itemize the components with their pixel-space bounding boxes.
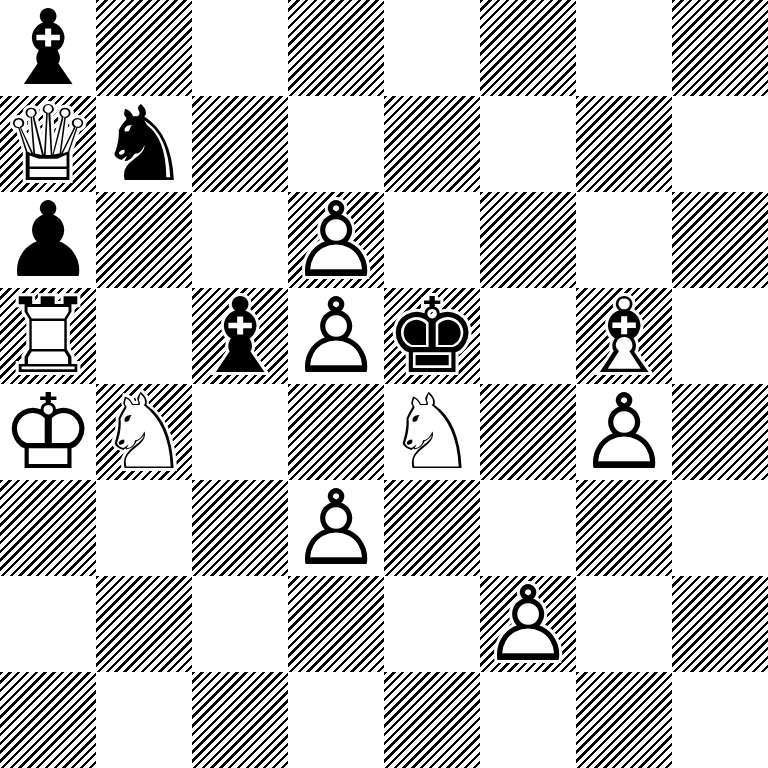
square-a1[interactable] [0,672,96,768]
white-rook-icon: ♖ [0,288,96,384]
white-knight-halo: ♞ [96,384,192,480]
square-g5[interactable]: ♝♗ [576,288,672,384]
square-g6[interactable] [576,192,672,288]
square-b8[interactable] [96,0,192,96]
square-d7[interactable] [288,96,384,192]
black-bishop-halo: ♝ [192,288,288,384]
square-c8[interactable] [192,0,288,96]
square-c5[interactable]: ♝♝ [192,288,288,384]
square-d8[interactable] [288,0,384,96]
white-knight-icon: ♘ [96,384,192,480]
square-b1[interactable] [96,672,192,768]
square-f3[interactable] [480,480,576,576]
square-d3[interactable]: ♟♙ [288,480,384,576]
square-d2[interactable] [288,576,384,672]
square-b2[interactable] [96,576,192,672]
square-a5[interactable]: ♜♖ [0,288,96,384]
square-g8[interactable] [576,0,672,96]
white-bishop-icon: ♗ [576,288,672,384]
square-d1[interactable] [288,672,384,768]
square-c6[interactable] [192,192,288,288]
square-g2[interactable] [576,576,672,672]
white-pawn-halo: ♟ [288,192,384,288]
square-f5[interactable] [480,288,576,384]
black-bishop-icon: ♝ [192,288,288,384]
square-g4[interactable]: ♟♙ [576,384,672,480]
square-h4[interactable] [672,384,768,480]
white-bishop-halo: ♝ [576,288,672,384]
square-b6[interactable] [96,192,192,288]
square-h2[interactable] [672,576,768,672]
square-g3[interactable] [576,480,672,576]
square-e3[interactable] [384,480,480,576]
square-b4[interactable]: ♞♘ [96,384,192,480]
square-f7[interactable] [480,96,576,192]
white-knight-halo: ♞ [384,384,480,480]
black-king-icon: ♚ [384,288,480,384]
square-e8[interactable] [384,0,480,96]
white-pawn-halo: ♟ [480,576,576,672]
white-pawn-icon: ♙ [288,192,384,288]
white-queen-halo: ♛ [0,96,96,192]
square-a2[interactable] [0,576,96,672]
square-e7[interactable] [384,96,480,192]
white-pawn-halo: ♟ [288,288,384,384]
square-f6[interactable] [480,192,576,288]
square-h8[interactable] [672,0,768,96]
black-pawn-halo: ♟ [0,192,96,288]
square-d5[interactable]: ♟♙ [288,288,384,384]
white-rook-halo: ♜ [0,288,96,384]
square-g7[interactable] [576,96,672,192]
chess-board: ♝♝♛♕♞♞♟♟♟♙♜♖♝♝♟♙♚♚♝♗♚♔♞♘♞♘♟♙♟♙♟♙ [0,0,768,768]
square-a6[interactable]: ♟♟ [0,192,96,288]
square-b7[interactable]: ♞♞ [96,96,192,192]
square-f1[interactable] [480,672,576,768]
white-knight-icon: ♘ [384,384,480,480]
square-d4[interactable] [288,384,384,480]
white-pawn-icon: ♙ [288,288,384,384]
square-b5[interactable] [96,288,192,384]
square-h3[interactable] [672,480,768,576]
square-e6[interactable] [384,192,480,288]
square-e2[interactable] [384,576,480,672]
square-c3[interactable] [192,480,288,576]
chess-diagram: ♝♝♛♕♞♞♟♟♟♙♜♖♝♝♟♙♚♚♝♗♚♔♞♘♞♘♟♙♟♙♟♙ [0,0,768,768]
square-e5[interactable]: ♚♚ [384,288,480,384]
square-c7[interactable] [192,96,288,192]
white-pawn-halo: ♟ [576,384,672,480]
black-bishop-halo: ♝ [0,0,96,96]
square-a3[interactable] [0,480,96,576]
square-h7[interactable] [672,96,768,192]
black-bishop-icon: ♝ [0,0,96,96]
square-f8[interactable] [480,0,576,96]
white-pawn-icon: ♙ [480,576,576,672]
white-pawn-icon: ♙ [576,384,672,480]
black-knight-halo: ♞ [96,96,192,192]
white-queen-icon: ♕ [0,96,96,192]
square-a4[interactable]: ♚♔ [0,384,96,480]
black-king-halo: ♚ [384,288,480,384]
white-pawn-icon: ♙ [288,480,384,576]
square-e1[interactable] [384,672,480,768]
square-c1[interactable] [192,672,288,768]
square-h1[interactable] [672,672,768,768]
square-h6[interactable] [672,192,768,288]
white-pawn-halo: ♟ [288,480,384,576]
square-a8[interactable]: ♝♝ [0,0,96,96]
square-c4[interactable] [192,384,288,480]
square-g1[interactable] [576,672,672,768]
black-pawn-icon: ♟ [0,192,96,288]
square-d6[interactable]: ♟♙ [288,192,384,288]
square-c2[interactable] [192,576,288,672]
square-e4[interactable]: ♞♘ [384,384,480,480]
square-f2[interactable]: ♟♙ [480,576,576,672]
square-h5[interactable] [672,288,768,384]
white-king-halo: ♚ [0,384,96,480]
square-f4[interactable] [480,384,576,480]
square-b3[interactable] [96,480,192,576]
white-king-icon: ♔ [0,384,96,480]
black-knight-icon: ♞ [96,96,192,192]
square-a7[interactable]: ♛♕ [0,96,96,192]
